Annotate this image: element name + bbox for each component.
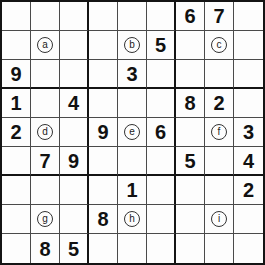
cell-r3c7[interactable]	[176, 60, 205, 89]
cell-r9c4[interactable]	[89, 234, 118, 263]
cell-r6c9[interactable]: 4	[234, 147, 263, 176]
given-digit-7: 7	[39, 151, 50, 171]
cell-r8c6[interactable]	[147, 205, 176, 234]
given-digit-9: 9	[97, 122, 108, 142]
cell-r4c4[interactable]	[89, 89, 118, 118]
cell-r7c3[interactable]	[60, 176, 89, 205]
cell-r9c9[interactable]	[234, 234, 263, 263]
cell-r6c7[interactable]: 5	[176, 147, 205, 176]
cell-r6c1[interactable]	[2, 147, 31, 176]
given-digit-9: 9	[68, 151, 79, 171]
given-digit-3: 3	[243, 122, 254, 142]
cell-r7c4[interactable]	[89, 176, 118, 205]
given-digit-3: 3	[126, 64, 137, 84]
circled-letter-e: e	[124, 124, 140, 140]
cell-r2c9[interactable]	[234, 31, 263, 60]
circled-letter-g: g	[37, 211, 53, 227]
cell-r3c1[interactable]: 9	[2, 60, 31, 89]
cell-r4c6[interactable]	[147, 89, 176, 118]
cell-r5c5[interactable]: e	[118, 118, 147, 147]
cell-r4c3[interactable]: 4	[60, 89, 89, 118]
given-digit-5: 5	[184, 151, 195, 171]
cell-r4c7[interactable]: 8	[176, 89, 205, 118]
given-digit-6: 6	[155, 122, 166, 142]
cell-r8c8[interactable]: i	[205, 205, 234, 234]
cell-r7c7[interactable]	[176, 176, 205, 205]
cell-r9c1[interactable]	[2, 234, 31, 263]
cell-r1c6[interactable]	[147, 2, 176, 31]
cell-r9c3[interactable]: 5	[60, 234, 89, 263]
given-digit-4: 4	[243, 151, 254, 171]
cell-r8c4[interactable]: 8	[89, 205, 118, 234]
given-digit-2: 2	[10, 122, 21, 142]
given-digit-1: 1	[10, 93, 21, 113]
given-digit-1: 1	[126, 180, 137, 200]
circled-letter-a: a	[37, 37, 53, 53]
cell-r3c5[interactable]: 3	[118, 60, 147, 89]
cell-r5c6[interactable]: 6	[147, 118, 176, 147]
circled-letter-i: i	[211, 211, 227, 227]
given-digit-6: 6	[184, 6, 195, 26]
cell-r1c7[interactable]: 6	[176, 2, 205, 31]
cell-r6c2[interactable]: 7	[31, 147, 60, 176]
given-digit-8: 8	[97, 209, 108, 229]
given-digit-4: 4	[68, 93, 79, 113]
cell-r7c6[interactable]	[147, 176, 176, 205]
cell-r1c5[interactable]	[118, 2, 147, 31]
cell-r2c5[interactable]: b	[118, 31, 147, 60]
cell-r8c7[interactable]	[176, 205, 205, 234]
given-digit-5: 5	[68, 239, 79, 259]
given-digit-9: 9	[10, 64, 21, 84]
cell-r3c6[interactable]	[147, 60, 176, 89]
cell-r8c3[interactable]	[60, 205, 89, 234]
cell-r5c4[interactable]: 9	[89, 118, 118, 147]
cell-r8c2[interactable]: g	[31, 205, 60, 234]
cell-r9c2[interactable]: 8	[31, 234, 60, 263]
cell-r7c1[interactable]	[2, 176, 31, 205]
cell-r8c5[interactable]: h	[118, 205, 147, 234]
given-digit-8: 8	[184, 93, 195, 113]
cell-r9c5[interactable]	[118, 234, 147, 263]
cell-r1c8[interactable]: 7	[205, 2, 234, 31]
cell-r4c1[interactable]: 1	[2, 89, 31, 118]
cell-r2c1[interactable]	[2, 31, 31, 60]
cell-r5c3[interactable]	[60, 118, 89, 147]
cell-r5c7[interactable]	[176, 118, 205, 147]
cell-r5c2[interactable]: d	[31, 118, 60, 147]
cell-r2c8[interactable]: c	[205, 31, 234, 60]
circled-letter-d: d	[37, 124, 53, 140]
cell-r1c4[interactable]	[89, 2, 118, 31]
cell-r6c5[interactable]	[118, 147, 147, 176]
given-digit-5: 5	[155, 35, 166, 55]
cell-r4c2[interactable]	[31, 89, 60, 118]
cell-r7c2[interactable]	[31, 176, 60, 205]
cell-r4c9[interactable]	[234, 89, 263, 118]
circled-letter-b: b	[124, 37, 140, 53]
cell-r1c9[interactable]	[234, 2, 263, 31]
cell-r2c3[interactable]	[60, 31, 89, 60]
cell-r6c8[interactable]	[205, 147, 234, 176]
circled-letter-h: h	[124, 211, 140, 227]
cell-r7c5[interactable]: 1	[118, 176, 147, 205]
cell-r9c8[interactable]	[205, 234, 234, 263]
cell-r6c3[interactable]: 9	[60, 147, 89, 176]
cell-r2c4[interactable]	[89, 31, 118, 60]
cell-r1c1[interactable]	[2, 2, 31, 31]
cell-r3c8[interactable]	[205, 60, 234, 89]
cell-r3c9[interactable]	[234, 60, 263, 89]
circled-letter-f: f	[211, 124, 227, 140]
cell-r6c6[interactable]	[147, 147, 176, 176]
cell-r5c8[interactable]: f	[205, 118, 234, 147]
cell-r4c5[interactable]	[118, 89, 147, 118]
cell-r1c3[interactable]	[60, 2, 89, 31]
cell-r8c9[interactable]	[234, 205, 263, 234]
cell-r4c8[interactable]: 2	[205, 89, 234, 118]
cell-r7c9[interactable]: 2	[234, 176, 263, 205]
given-digit-8: 8	[39, 239, 50, 259]
sudoku-board: 67ab5c9314822d9e6f3795412g8hi85	[0, 0, 265, 265]
cell-r6c4[interactable]	[89, 147, 118, 176]
cell-r7c8[interactable]	[205, 176, 234, 205]
cell-r2c6[interactable]: 5	[147, 31, 176, 60]
cell-r3c2[interactable]	[31, 60, 60, 89]
given-digit-2: 2	[243, 180, 254, 200]
cell-r8c1[interactable]	[2, 205, 31, 234]
cell-r3c4[interactable]	[89, 60, 118, 89]
cell-r2c7[interactable]	[176, 31, 205, 60]
given-digit-2: 2	[213, 93, 224, 113]
cell-r9c6[interactable]	[147, 234, 176, 263]
cell-r1c2[interactable]	[31, 2, 60, 31]
cell-r5c9[interactable]: 3	[234, 118, 263, 147]
given-digit-7: 7	[213, 6, 224, 26]
circled-letter-c: c	[211, 37, 227, 53]
cell-r3c3[interactable]	[60, 60, 89, 89]
cell-r5c1[interactable]: 2	[2, 118, 31, 147]
cell-r9c7[interactable]	[176, 234, 205, 263]
cell-r2c2[interactable]: a	[31, 31, 60, 60]
